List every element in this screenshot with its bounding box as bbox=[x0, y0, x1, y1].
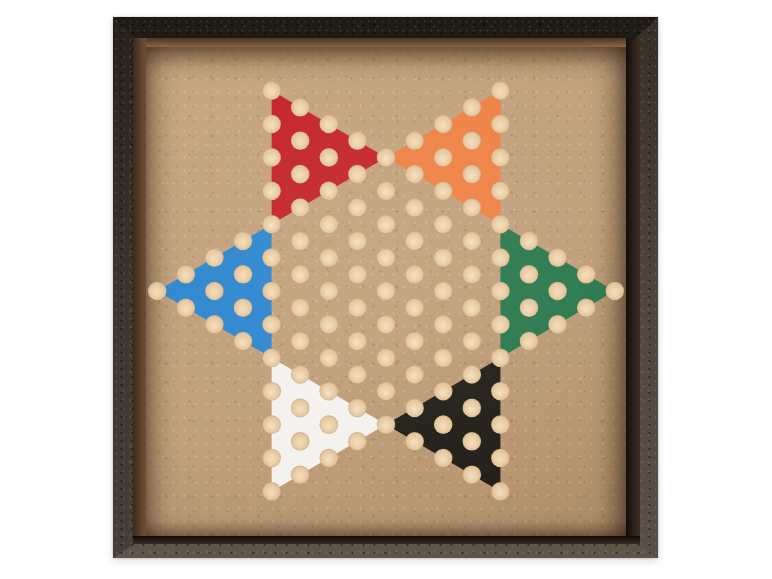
hole-col2-row1[interactable] bbox=[205, 282, 224, 301]
chinese-checkers-board-photo bbox=[0, 0, 772, 579]
hole-col10-row5[interactable] bbox=[434, 282, 453, 301]
hole-col11-row9[interactable] bbox=[463, 399, 482, 418]
hole-col2-row2[interactable] bbox=[205, 315, 224, 334]
hole-col7-row0[interactable] bbox=[348, 131, 367, 150]
hole-col5-row5[interactable] bbox=[291, 265, 310, 284]
hole-col5-row1[interactable] bbox=[291, 131, 310, 150]
hole-col11-row3[interactable] bbox=[463, 198, 482, 217]
hole-col4-row11[interactable] bbox=[262, 449, 281, 468]
hole-col4-row6[interactable] bbox=[262, 282, 281, 301]
hole-col7-row4[interactable] bbox=[348, 265, 367, 284]
hole-col9-row5[interactable] bbox=[405, 298, 424, 317]
hole-col8-row5[interactable] bbox=[377, 315, 396, 334]
hole-col4-row2[interactable] bbox=[262, 148, 281, 167]
hole-col12-row2[interactable] bbox=[491, 148, 510, 167]
hole-col6-row4[interactable] bbox=[320, 248, 339, 267]
hole-col15-row1[interactable] bbox=[577, 298, 596, 317]
hole-col8-row0[interactable] bbox=[377, 148, 396, 167]
hole-col9-row7[interactable] bbox=[405, 365, 424, 384]
frame-inner-bevel-top bbox=[133, 38, 640, 47]
hole-col12-row6[interactable] bbox=[491, 282, 510, 301]
hole-col12-row5[interactable] bbox=[491, 248, 510, 267]
hole-col1-row0[interactable] bbox=[177, 265, 196, 284]
hole-col8-row8[interactable] bbox=[377, 415, 396, 434]
hole-col11-row2[interactable] bbox=[463, 165, 482, 184]
hole-col6-row9[interactable] bbox=[320, 415, 339, 434]
hole-col8-row6[interactable] bbox=[377, 349, 396, 368]
hole-col4-row4[interactable] bbox=[262, 215, 281, 234]
hole-col12-row4[interactable] bbox=[491, 215, 510, 234]
hole-col6-row10[interactable] bbox=[320, 449, 339, 468]
frame-inner-wall-bottom bbox=[133, 536, 640, 544]
hole-col12-row1[interactable] bbox=[491, 115, 510, 134]
hole-col12-row12[interactable] bbox=[491, 482, 510, 501]
hole-col5-row6[interactable] bbox=[291, 298, 310, 317]
hole-col14-row2[interactable] bbox=[548, 315, 567, 334]
hole-col10-row1[interactable] bbox=[434, 148, 453, 167]
star-board bbox=[146, 47, 626, 536]
hole-col9-row3[interactable] bbox=[405, 232, 424, 251]
hole-col14-row1[interactable] bbox=[548, 282, 567, 301]
hole-col15-row0[interactable] bbox=[577, 265, 596, 284]
hole-col3-row3[interactable] bbox=[234, 332, 253, 351]
hole-col5-row2[interactable] bbox=[291, 165, 310, 184]
hole-col6-row2[interactable] bbox=[320, 182, 339, 201]
hole-col2-row0[interactable] bbox=[205, 248, 224, 267]
hole-col9-row9[interactable] bbox=[405, 432, 424, 451]
hole-col7-row2[interactable] bbox=[348, 198, 367, 217]
hole-col9-row0[interactable] bbox=[405, 131, 424, 150]
hole-col4-row3[interactable] bbox=[262, 182, 281, 201]
hole-col10-row2[interactable] bbox=[434, 182, 453, 201]
hole-col11-row8[interactable] bbox=[463, 365, 482, 384]
hole-col5-row8[interactable] bbox=[291, 365, 310, 384]
hole-col5-row11[interactable] bbox=[291, 465, 310, 484]
board-holes bbox=[148, 81, 624, 500]
hole-col11-row1[interactable] bbox=[463, 131, 482, 150]
hole-col6-row0[interactable] bbox=[320, 115, 339, 134]
hole-col3-row2[interactable] bbox=[234, 298, 253, 317]
hole-col0-row0[interactable] bbox=[148, 282, 167, 301]
hole-col12-row0[interactable] bbox=[491, 81, 510, 100]
hole-col5-row7[interactable] bbox=[291, 332, 310, 351]
hole-col12-row8[interactable] bbox=[491, 349, 510, 368]
frame-inner-bevel-left bbox=[133, 38, 146, 544]
frame-inner-wall-right bbox=[626, 38, 640, 544]
hole-col6-row5[interactable] bbox=[320, 282, 339, 301]
hole-col11-row11[interactable] bbox=[463, 465, 482, 484]
hole-col12-row9[interactable] bbox=[491, 382, 510, 401]
hole-col4-row8[interactable] bbox=[262, 349, 281, 368]
hole-col16-row0[interactable] bbox=[606, 282, 625, 301]
hole-col10-row3[interactable] bbox=[434, 215, 453, 234]
hole-col1-row1[interactable] bbox=[177, 298, 196, 317]
hole-col10-row10[interactable] bbox=[434, 449, 453, 468]
hole-col4-row5[interactable] bbox=[262, 248, 281, 267]
hole-col13-row1[interactable] bbox=[520, 265, 539, 284]
hole-col7-row1[interactable] bbox=[348, 165, 367, 184]
hole-col9-row1[interactable] bbox=[405, 165, 424, 184]
hole-col3-row1[interactable] bbox=[234, 265, 253, 284]
hole-col5-row9[interactable] bbox=[291, 399, 310, 418]
hole-col4-row10[interactable] bbox=[262, 415, 281, 434]
hole-col8-row1[interactable] bbox=[377, 182, 396, 201]
hole-col12-row7[interactable] bbox=[491, 315, 510, 334]
hole-col8-row2[interactable] bbox=[377, 215, 396, 234]
hole-col7-row9[interactable] bbox=[348, 432, 367, 451]
hole-col4-row1[interactable] bbox=[262, 115, 281, 134]
hole-col4-row7[interactable] bbox=[262, 315, 281, 334]
hole-col10-row9[interactable] bbox=[434, 415, 453, 434]
hole-col11-row4[interactable] bbox=[463, 232, 482, 251]
hole-col10-row0[interactable] bbox=[434, 115, 453, 134]
hole-col6-row3[interactable] bbox=[320, 215, 339, 234]
hole-col5-row0[interactable] bbox=[291, 98, 310, 117]
hole-col7-row3[interactable] bbox=[348, 232, 367, 251]
hole-col7-row6[interactable] bbox=[348, 332, 367, 351]
hole-col4-row0[interactable] bbox=[262, 81, 281, 100]
hole-col9-row6[interactable] bbox=[405, 332, 424, 351]
hole-col5-row10[interactable] bbox=[291, 432, 310, 451]
hole-col12-row3[interactable] bbox=[491, 182, 510, 201]
hole-col9-row4[interactable] bbox=[405, 265, 424, 284]
hole-col4-row9[interactable] bbox=[262, 382, 281, 401]
hole-col5-row4[interactable] bbox=[291, 232, 310, 251]
board-frame bbox=[113, 17, 658, 558]
hole-col11-row6[interactable] bbox=[463, 298, 482, 317]
hole-col8-row4[interactable] bbox=[377, 282, 396, 301]
hole-col13-row2[interactable] bbox=[520, 298, 539, 317]
hole-col10-row8[interactable] bbox=[434, 382, 453, 401]
hole-col11-row0[interactable] bbox=[463, 98, 482, 117]
hole-col6-row6[interactable] bbox=[320, 315, 339, 334]
hole-col13-row0[interactable] bbox=[520, 232, 539, 251]
hole-col13-row3[interactable] bbox=[520, 332, 539, 351]
hole-col6-row7[interactable] bbox=[320, 349, 339, 368]
hole-col6-row8[interactable] bbox=[320, 382, 339, 401]
hole-col8-row7[interactable] bbox=[377, 382, 396, 401]
hole-col4-row12[interactable] bbox=[262, 482, 281, 501]
hole-col5-row3[interactable] bbox=[291, 198, 310, 217]
hole-col7-row7[interactable] bbox=[348, 365, 367, 384]
board-surface bbox=[146, 47, 626, 536]
hole-col10-row7[interactable] bbox=[434, 349, 453, 368]
hole-col12-row11[interactable] bbox=[491, 449, 510, 468]
hole-col11-row10[interactable] bbox=[463, 432, 482, 451]
hole-col9-row2[interactable] bbox=[405, 198, 424, 217]
hole-col14-row0[interactable] bbox=[548, 248, 567, 267]
hole-col11-row7[interactable] bbox=[463, 332, 482, 351]
hole-col7-row8[interactable] bbox=[348, 399, 367, 418]
hole-col3-row0[interactable] bbox=[234, 232, 253, 251]
hole-col12-row10[interactable] bbox=[491, 415, 510, 434]
hole-col11-row5[interactable] bbox=[463, 265, 482, 284]
hole-col8-row3[interactable] bbox=[377, 248, 396, 267]
hole-col10-row6[interactable] bbox=[434, 315, 453, 334]
hole-col10-row4[interactable] bbox=[434, 248, 453, 267]
hole-col6-row1[interactable] bbox=[320, 148, 339, 167]
hole-col9-row8[interactable] bbox=[405, 399, 424, 418]
hole-col7-row5[interactable] bbox=[348, 298, 367, 317]
